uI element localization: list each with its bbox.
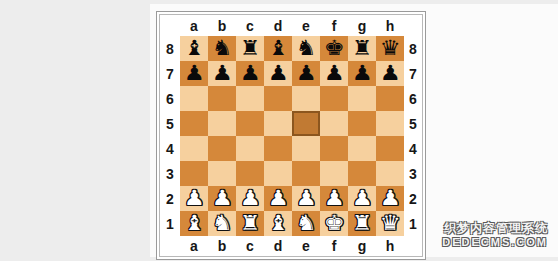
- black-bishop-piece: ♝: [183, 36, 204, 61]
- page-background: abcdefgh8♝♞♜♝♞♚♜♛87♟♟♟♟♟♟♟♟7665544332♟♟♟…: [0, 0, 558, 261]
- square-f1: ♚: [320, 211, 348, 236]
- square-g5: [348, 111, 376, 136]
- black-pawn-piece: ♟: [239, 61, 260, 86]
- white-king-piece: ♚: [323, 211, 344, 236]
- coord-label-rank-3-left: 3: [160, 161, 180, 186]
- coord-label-rank-1-left: 1: [160, 211, 180, 236]
- white-bishop-piece: ♝: [183, 211, 204, 236]
- coord-label-rank-1-right: 1: [404, 211, 422, 236]
- square-c2: ♟: [236, 186, 264, 211]
- square-b5: [208, 111, 236, 136]
- square-c7: ♟: [236, 61, 264, 86]
- square-c1: ♜: [236, 211, 264, 236]
- square-h4: [376, 136, 404, 161]
- white-knight-piece: ♞: [295, 211, 316, 236]
- square-f7: ♟: [320, 61, 348, 86]
- black-pawn-piece: ♟: [211, 61, 232, 86]
- square-c5: [236, 111, 264, 136]
- watermark-domain: DEDECMS.COM: [442, 236, 548, 249]
- black-pawn-piece: ♟: [323, 61, 344, 86]
- coord-label-rank-6-left: 6: [160, 86, 180, 111]
- square-a2: ♟: [180, 186, 208, 211]
- square-e6: [292, 86, 320, 111]
- square-e1: ♞: [292, 211, 320, 236]
- coord-label-rank-5-right: 5: [404, 111, 422, 136]
- white-bishop-piece: ♝: [267, 211, 288, 236]
- square-g2: ♟: [348, 186, 376, 211]
- black-king-piece: ♚: [323, 36, 344, 61]
- board-corner: [404, 236, 422, 256]
- black-queen-piece: ♛: [379, 36, 400, 61]
- coord-label-file-g-bottom: g: [348, 236, 376, 256]
- square-c8: ♜: [236, 36, 264, 61]
- white-pawn-piece: ♟: [267, 186, 288, 211]
- square-b2: ♟: [208, 186, 236, 211]
- coord-label-file-a-top: a: [180, 15, 208, 36]
- white-knight-piece: ♞: [211, 211, 232, 236]
- square-e8: ♞: [292, 36, 320, 61]
- square-b1: ♞: [208, 211, 236, 236]
- square-e2: ♟: [292, 186, 320, 211]
- coord-label-file-e-bottom: e: [292, 236, 320, 256]
- square-g1: ♜: [348, 211, 376, 236]
- square-a7: ♟: [180, 61, 208, 86]
- coord-label-file-h-bottom: h: [376, 236, 404, 256]
- square-c4: [236, 136, 264, 161]
- white-rook-piece: ♜: [239, 211, 260, 236]
- square-b8: ♞: [208, 36, 236, 61]
- board-corner: [160, 15, 180, 36]
- square-h5: [376, 111, 404, 136]
- square-b7: ♟: [208, 61, 236, 86]
- square-d6: [264, 86, 292, 111]
- watermark-cms-name: 织梦内容管理系统: [442, 222, 548, 236]
- coord-label-file-b-top: b: [208, 15, 236, 36]
- white-queen-piece: ♛: [379, 211, 400, 236]
- square-a5: [180, 111, 208, 136]
- square-h8: ♛: [376, 36, 404, 61]
- square-b3: [208, 161, 236, 186]
- coord-label-file-f-top: f: [320, 15, 348, 36]
- white-pawn-piece: ♟: [323, 186, 344, 211]
- white-pawn-piece: ♟: [351, 186, 372, 211]
- coord-label-rank-5-left: 5: [160, 111, 180, 136]
- square-g4: [348, 136, 376, 161]
- coord-label-rank-8-left: 8: [160, 36, 180, 61]
- chess-diagram-image: abcdefgh8♝♞♜♝♞♚♜♛87♟♟♟♟♟♟♟♟7665544332♟♟♟…: [150, 4, 558, 257]
- coord-label-rank-4-right: 4: [404, 136, 422, 161]
- square-d4: [264, 136, 292, 161]
- coord-label-file-g-top: g: [348, 15, 376, 36]
- white-pawn-piece: ♟: [379, 186, 400, 211]
- board-corner: [160, 236, 180, 256]
- black-pawn-piece: ♟: [295, 61, 316, 86]
- square-h3: [376, 161, 404, 186]
- watermark: 织梦内容管理系统 DEDECMS.COM: [442, 222, 548, 248]
- black-pawn-piece: ♟: [267, 61, 288, 86]
- coord-label-file-b-bottom: b: [208, 236, 236, 256]
- square-g6: [348, 86, 376, 111]
- coord-label-file-h-top: h: [376, 15, 404, 36]
- coord-label-file-e-top: e: [292, 15, 320, 36]
- square-d7: ♟: [264, 61, 292, 86]
- square-h7: ♟: [376, 61, 404, 86]
- black-pawn-piece: ♟: [183, 61, 204, 86]
- square-e5: [292, 111, 320, 136]
- black-rook-piece: ♜: [239, 36, 260, 61]
- black-pawn-piece: ♟: [351, 61, 372, 86]
- square-b4: [208, 136, 236, 161]
- coord-label-file-f-bottom: f: [320, 236, 348, 256]
- square-f5: [320, 111, 348, 136]
- board-frame: abcdefgh8♝♞♜♝♞♚♜♛87♟♟♟♟♟♟♟♟7665544332♟♟♟…: [156, 11, 426, 260]
- square-a6: [180, 86, 208, 111]
- square-d2: ♟: [264, 186, 292, 211]
- coord-label-file-a-bottom: a: [180, 236, 208, 256]
- white-pawn-piece: ♟: [239, 186, 260, 211]
- coord-label-file-c-top: c: [236, 15, 264, 36]
- square-f2: ♟: [320, 186, 348, 211]
- coord-label-rank-3-right: 3: [404, 161, 422, 186]
- square-b6: [208, 86, 236, 111]
- square-g7: ♟: [348, 61, 376, 86]
- white-pawn-piece: ♟: [295, 186, 316, 211]
- square-c6: [236, 86, 264, 111]
- square-a4: [180, 136, 208, 161]
- coord-label-rank-4-left: 4: [160, 136, 180, 161]
- square-e4: [292, 136, 320, 161]
- coord-label-file-d-top: d: [264, 15, 292, 36]
- black-knight-piece: ♞: [211, 36, 232, 61]
- square-g3: [348, 161, 376, 186]
- square-e7: ♟: [292, 61, 320, 86]
- coord-label-rank-7-left: 7: [160, 61, 180, 86]
- square-e3: [292, 161, 320, 186]
- square-d5: [264, 111, 292, 136]
- square-f8: ♚: [320, 36, 348, 61]
- square-g8: ♜: [348, 36, 376, 61]
- square-h6: [376, 86, 404, 111]
- coord-label-rank-8-right: 8: [404, 36, 422, 61]
- coord-label-file-d-bottom: d: [264, 236, 292, 256]
- coord-label-rank-2-left: 2: [160, 186, 180, 211]
- coord-label-file-c-bottom: c: [236, 236, 264, 256]
- black-rook-piece: ♜: [351, 36, 372, 61]
- square-d3: [264, 161, 292, 186]
- square-f4: [320, 136, 348, 161]
- square-a3: [180, 161, 208, 186]
- square-d8: ♝: [264, 36, 292, 61]
- coord-label-rank-2-right: 2: [404, 186, 422, 211]
- square-a8: ♝: [180, 36, 208, 61]
- chess-board: abcdefgh8♝♞♜♝♞♚♜♛87♟♟♟♟♟♟♟♟7665544332♟♟♟…: [160, 15, 422, 256]
- white-rook-piece: ♜: [351, 211, 372, 236]
- black-pawn-piece: ♟: [379, 61, 400, 86]
- black-bishop-piece: ♝: [267, 36, 288, 61]
- square-h2: ♟: [376, 186, 404, 211]
- board-corner: [404, 15, 422, 36]
- square-a1: ♝: [180, 211, 208, 236]
- board-frame-inner: abcdefgh8♝♞♜♝♞♚♜♛87♟♟♟♟♟♟♟♟7665544332♟♟♟…: [159, 14, 423, 257]
- black-knight-piece: ♞: [295, 36, 316, 61]
- square-f6: [320, 86, 348, 111]
- square-d1: ♝: [264, 211, 292, 236]
- square-h1: ♛: [376, 211, 404, 236]
- square-f3: [320, 161, 348, 186]
- white-pawn-piece: ♟: [211, 186, 232, 211]
- square-c3: [236, 161, 264, 186]
- white-pawn-piece: ♟: [183, 186, 204, 211]
- coord-label-rank-7-right: 7: [404, 61, 422, 86]
- coord-label-rank-6-right: 6: [404, 86, 422, 111]
